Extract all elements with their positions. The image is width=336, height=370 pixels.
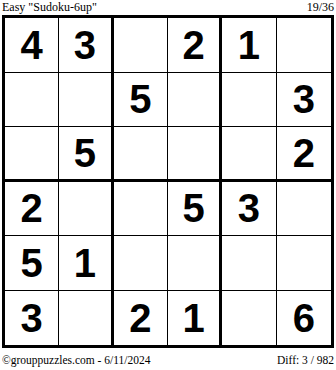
cell-r5c1[interactable]: 5: [5, 236, 59, 291]
cell-r3c6[interactable]: 2: [277, 127, 331, 182]
cell-r2c4[interactable]: [168, 73, 222, 128]
cell-r3c5[interactable]: [222, 127, 276, 182]
cell-r2c2[interactable]: [59, 73, 113, 128]
cell-r6c6[interactable]: 6: [277, 291, 331, 346]
header: Easy "Sudoku-6up" 19/36: [2, 0, 334, 14]
cell-r1c4[interactable]: 2: [168, 18, 222, 73]
difficulty-text: Diff: 3 / 982: [277, 354, 334, 367]
puzzle-title: Easy "Sudoku-6up": [2, 0, 97, 14]
cell-r2c6[interactable]: 3: [277, 73, 331, 128]
cell-r6c1[interactable]: 3: [5, 291, 59, 346]
cell-r6c5[interactable]: [222, 291, 276, 346]
cell-r1c2[interactable]: 3: [59, 18, 113, 73]
cell-r5c2[interactable]: 1: [59, 236, 113, 291]
puzzle-counter: 19/36: [307, 0, 334, 14]
cell-r6c3[interactable]: 2: [114, 291, 168, 346]
cell-r3c3[interactable]: [114, 127, 168, 182]
cell-r4c4[interactable]: 5: [168, 182, 222, 237]
copyright-text: ©grouppuzzles.com - 6/11/2024: [2, 354, 151, 367]
cell-r1c5[interactable]: 1: [222, 18, 276, 73]
cell-r2c5[interactable]: [222, 73, 276, 128]
cell-r1c1[interactable]: 4: [5, 18, 59, 73]
cell-r4c1[interactable]: 2: [5, 182, 59, 237]
cell-r4c5[interactable]: 3: [222, 182, 276, 237]
cell-r2c1[interactable]: [5, 73, 59, 128]
cell-r5c6[interactable]: [277, 236, 331, 291]
cell-r5c3[interactable]: [114, 236, 168, 291]
cell-r2c3[interactable]: 5: [114, 73, 168, 128]
footer: ©grouppuzzles.com - 6/11/2024 Diff: 3 / …: [2, 354, 334, 367]
cell-r4c6[interactable]: [277, 182, 331, 237]
cell-r1c6[interactable]: [277, 18, 331, 73]
cell-r3c4[interactable]: [168, 127, 222, 182]
cell-r6c4[interactable]: 1: [168, 291, 222, 346]
cell-r5c5[interactable]: [222, 236, 276, 291]
cell-r4c2[interactable]: [59, 182, 113, 237]
cell-r3c1[interactable]: [5, 127, 59, 182]
cell-r4c3[interactable]: [114, 182, 168, 237]
cell-r6c2[interactable]: [59, 291, 113, 346]
sudoku-grid: 43215352253513216: [2, 15, 334, 348]
cell-r5c4[interactable]: [168, 236, 222, 291]
cell-r3c2[interactable]: 5: [59, 127, 113, 182]
cell-r1c3[interactable]: [114, 18, 168, 73]
